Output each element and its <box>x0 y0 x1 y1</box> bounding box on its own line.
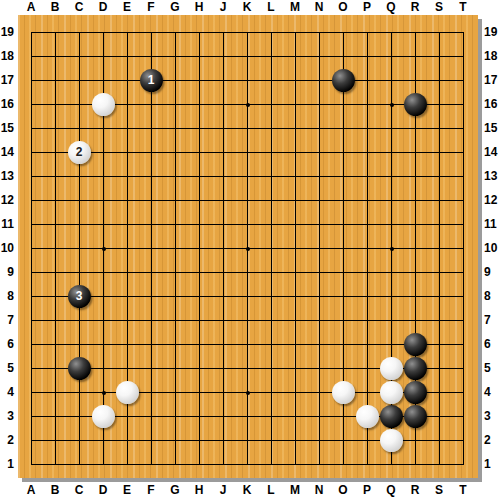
row-label-11: 11 <box>0 212 14 236</box>
column-label-n: N <box>307 481 331 500</box>
stone-white-e4[interactable] <box>116 381 139 404</box>
row-label-16: 16 <box>484 92 500 116</box>
stone-white-q2[interactable] <box>380 429 403 452</box>
stone-white-q4[interactable] <box>380 381 403 404</box>
row-label-6: 6 <box>484 332 500 356</box>
row-label-7: 7 <box>484 308 500 332</box>
column-label-r: R <box>403 481 427 500</box>
stone-white-p3[interactable] <box>356 405 379 428</box>
stone-white-d16[interactable] <box>92 93 115 116</box>
row-label-1: 1 <box>484 452 500 476</box>
column-label-p: P <box>355 0 379 15</box>
column-label-l: L <box>259 0 283 15</box>
column-label-p: P <box>355 481 379 500</box>
row-label-19: 19 <box>484 20 500 44</box>
column-label-f: F <box>139 481 163 500</box>
column-label-b: B <box>43 0 67 15</box>
row-label-17: 17 <box>484 68 500 92</box>
row-labels-right: 19181716151413121110987654321 <box>484 20 500 476</box>
stone-black-q3[interactable] <box>380 405 403 428</box>
stone-black-r6[interactable] <box>404 333 427 356</box>
row-label-6: 6 <box>0 332 14 356</box>
row-label-9: 9 <box>484 260 500 284</box>
stones-grid[interactable]: 132 <box>19 20 475 476</box>
column-label-o: O <box>331 0 355 15</box>
row-labels-left: 19181716151413121110987654321 <box>0 20 14 476</box>
column-label-m: M <box>283 0 307 15</box>
column-label-e: E <box>115 0 139 15</box>
column-label-e: E <box>115 481 139 500</box>
row-label-5: 5 <box>484 356 500 380</box>
stone-black-r5[interactable] <box>404 357 427 380</box>
column-label-m: M <box>283 481 307 500</box>
row-label-9: 9 <box>0 260 14 284</box>
row-label-15: 15 <box>0 116 14 140</box>
column-label-s: S <box>427 481 451 500</box>
row-label-8: 8 <box>484 284 500 308</box>
stone-white-o4[interactable] <box>332 381 355 404</box>
column-label-g: G <box>163 0 187 15</box>
column-label-o: O <box>331 481 355 500</box>
column-label-a: A <box>19 0 43 15</box>
column-label-j: J <box>211 0 235 15</box>
stone-white-c14[interactable]: 2 <box>68 141 91 164</box>
column-label-d: D <box>91 0 115 15</box>
row-label-11: 11 <box>484 212 500 236</box>
column-label-b: B <box>43 481 67 500</box>
column-label-q: Q <box>379 0 403 15</box>
column-label-t: T <box>451 0 475 15</box>
row-label-2: 2 <box>0 428 14 452</box>
row-label-1: 1 <box>0 452 14 476</box>
column-labels-bottom: ABCDEFGHJKLMNOPQRST <box>19 481 475 500</box>
row-label-3: 3 <box>484 404 500 428</box>
row-label-2: 2 <box>484 428 500 452</box>
stone-black-r3[interactable] <box>404 405 427 428</box>
row-label-4: 4 <box>0 380 14 404</box>
column-label-c: C <box>67 0 91 15</box>
column-label-r: R <box>403 0 427 15</box>
stone-black-c8[interactable]: 3 <box>68 285 91 308</box>
stone-black-r16[interactable] <box>404 93 427 116</box>
column-label-f: F <box>139 0 163 15</box>
stone-white-d3[interactable] <box>92 405 115 428</box>
row-label-13: 13 <box>0 164 14 188</box>
row-label-13: 13 <box>484 164 500 188</box>
go-board[interactable]: 132 <box>18 15 478 478</box>
column-label-t: T <box>451 481 475 500</box>
row-label-7: 7 <box>0 308 14 332</box>
row-label-18: 18 <box>0 44 14 68</box>
move-number-label: 3 <box>76 290 83 302</box>
row-label-10: 10 <box>0 236 14 260</box>
column-label-c: C <box>67 481 91 500</box>
stone-black-o17[interactable] <box>332 69 355 92</box>
row-label-15: 15 <box>484 116 500 140</box>
row-label-14: 14 <box>0 140 14 164</box>
column-label-s: S <box>427 0 451 15</box>
column-label-d: D <box>91 481 115 500</box>
column-label-q: Q <box>379 481 403 500</box>
column-label-h: H <box>187 0 211 15</box>
row-label-8: 8 <box>0 284 14 308</box>
column-label-a: A <box>19 481 43 500</box>
move-number-label: 2 <box>76 146 83 158</box>
column-label-g: G <box>163 481 187 500</box>
column-labels-top: ABCDEFGHJKLMNOPQRST <box>19 0 475 15</box>
row-label-3: 3 <box>0 404 14 428</box>
column-label-j: J <box>211 481 235 500</box>
row-label-17: 17 <box>0 68 14 92</box>
go-board-page: ABCDEFGHJKLMNOPQRST 19181716151413121110… <box>0 0 500 500</box>
column-label-h: H <box>187 481 211 500</box>
row-label-4: 4 <box>484 380 500 404</box>
row-label-19: 19 <box>0 20 14 44</box>
row-label-18: 18 <box>484 44 500 68</box>
column-label-n: N <box>307 0 331 15</box>
row-label-10: 10 <box>484 236 500 260</box>
row-label-14: 14 <box>484 140 500 164</box>
stone-black-r4[interactable] <box>404 381 427 404</box>
row-label-5: 5 <box>0 356 14 380</box>
column-label-k: K <box>235 481 259 500</box>
row-label-12: 12 <box>484 188 500 212</box>
stone-black-c5[interactable] <box>68 357 91 380</box>
move-number-label: 1 <box>148 74 155 86</box>
column-label-k: K <box>235 0 259 15</box>
stone-black-f17[interactable]: 1 <box>140 69 163 92</box>
row-label-16: 16 <box>0 92 14 116</box>
column-label-l: L <box>259 481 283 500</box>
row-label-12: 12 <box>0 188 14 212</box>
stone-white-q5[interactable] <box>380 357 403 380</box>
